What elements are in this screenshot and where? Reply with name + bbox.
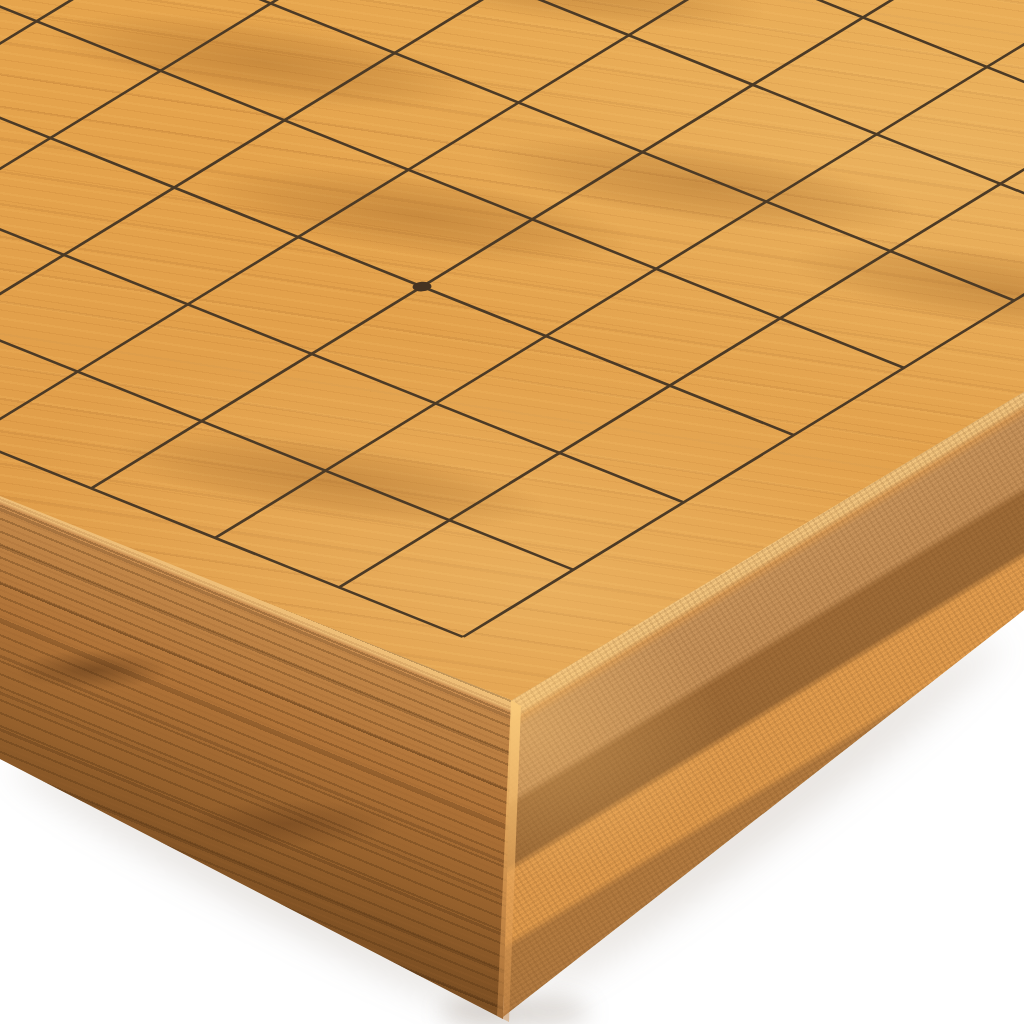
go-board-product-photo — [0, 0, 1024, 1024]
